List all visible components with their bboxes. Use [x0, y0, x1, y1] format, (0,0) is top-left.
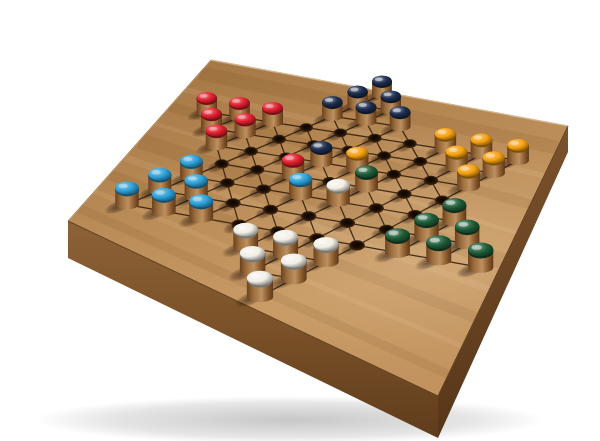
chinese-checkers-scene — [0, 0, 600, 441]
board-shadow — [35, 396, 545, 441]
board-photo: Square wooden Chinese checkers travel bo… — [0, 0, 600, 441]
